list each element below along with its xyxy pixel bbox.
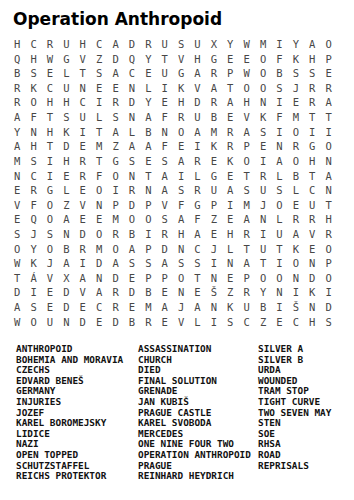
grid-cell: T [304, 110, 320, 125]
grid-cell: I [271, 37, 287, 52]
grid-cell: D [107, 52, 123, 67]
grid-cell: T [255, 256, 271, 271]
grid-cell: H [173, 227, 189, 242]
grid-cell: E [124, 300, 140, 315]
grid-cell: T [271, 242, 287, 257]
grid-cell: O [42, 242, 58, 257]
grid-cell: O [140, 212, 156, 227]
grid-cell: E [140, 66, 156, 81]
grid-cell: R [238, 227, 254, 242]
grid-cell: K [222, 154, 238, 169]
grid-cell: S [107, 110, 123, 125]
grid-cell: N [222, 256, 238, 271]
grid-cell: J [288, 81, 304, 96]
grid-cell: S [304, 66, 320, 81]
grid-cell: S [238, 183, 254, 198]
grid-cell: T [189, 271, 205, 286]
grid-cell: O [91, 227, 107, 242]
grid-cell: S [124, 256, 140, 271]
grid-cell: A [189, 227, 205, 242]
grid-cell: P [238, 271, 254, 286]
grid-cell: O [173, 125, 189, 140]
grid-cell: L [58, 66, 74, 81]
grid-cell: E [91, 315, 107, 330]
grid-cell: E [75, 183, 91, 198]
grid-cell: I [75, 125, 91, 140]
grid-cell: O [320, 242, 336, 257]
grid-cell: W [9, 256, 25, 271]
grid-cell: U [189, 110, 205, 125]
grid-cell: E [238, 52, 254, 67]
grid-cell: F [271, 52, 287, 67]
grid-cell: R [222, 139, 238, 154]
grid-cell: N [320, 183, 336, 198]
grid-cell: I [222, 198, 238, 213]
grid-cell: A [107, 66, 123, 81]
grid-cell: R [222, 125, 238, 140]
grid-cell: J [42, 256, 58, 271]
grid-cell: I [271, 300, 287, 315]
grid-cell: Z [222, 285, 238, 300]
grid-cell: R [140, 315, 156, 330]
grid-cell: E [271, 315, 287, 330]
grid-cell: U [238, 300, 254, 315]
grid-cell: S [157, 154, 173, 169]
grid-cell: I [304, 125, 320, 140]
grid-cell: O [288, 125, 304, 140]
grid-cell: V [75, 52, 91, 67]
grid-cell: D [58, 285, 74, 300]
grid-cell: T [320, 198, 336, 213]
grid-cell: I [271, 125, 287, 140]
grid-cell: E [42, 300, 58, 315]
grid-cell: T [42, 110, 58, 125]
grid-cell: F [25, 110, 41, 125]
grid-cell: Z [58, 198, 74, 213]
grid-cell: K [206, 139, 222, 154]
grid-cell: S [271, 183, 287, 198]
grid-cell: A [9, 300, 25, 315]
grid-cell: E [75, 139, 91, 154]
grid-cell: I [320, 125, 336, 140]
word-list-column: ANTHROPOIDBOHEMIA AND MORAVIACZECHSEDVAR… [16, 344, 138, 482]
grid-cell: R [320, 81, 336, 96]
grid-cell: S [173, 256, 189, 271]
grid-cell: D [58, 300, 74, 315]
grid-cell: F [173, 198, 189, 213]
grid-cell: S [189, 256, 205, 271]
grid-cell: C [124, 66, 140, 81]
grid-cell: A [288, 227, 304, 242]
grid-cell: M [255, 37, 271, 52]
grid-cell: N [304, 300, 320, 315]
grid-cell: C [304, 183, 320, 198]
grid-cell: O [91, 183, 107, 198]
grid-cell: G [189, 198, 205, 213]
grid-cell: B [255, 300, 271, 315]
grid-cell: P [320, 52, 336, 67]
grid-cell: M [288, 110, 304, 125]
grid-cell: N [91, 198, 107, 213]
grid-cell: N [206, 300, 222, 315]
grid-cell: K [173, 81, 189, 96]
grid-cell: E [75, 212, 91, 227]
grid-cell: E [189, 285, 205, 300]
grid-cell: E [9, 212, 25, 227]
grid-cell: A [58, 212, 74, 227]
grid-cell: K [255, 110, 271, 125]
grid-cell: S [288, 66, 304, 81]
grid-cell: M [238, 198, 254, 213]
grid-cell: S [42, 227, 58, 242]
grid-cell: X [58, 271, 74, 286]
grid-cell: H [25, 52, 41, 67]
grid-cell: P [157, 271, 173, 286]
grid-cell: H [173, 95, 189, 110]
grid-cell: I [271, 95, 287, 110]
grid-cell: L [288, 183, 304, 198]
grid-cell: I [91, 95, 107, 110]
grid-cell: V [157, 198, 173, 213]
grid-cell: N [9, 168, 25, 183]
grid-cell: A [9, 110, 25, 125]
grid-cell: E [304, 242, 320, 257]
grid-cell: R [75, 242, 91, 257]
grid-cell: F [157, 110, 173, 125]
grid-cell: G [206, 168, 222, 183]
grid-cell: A [107, 37, 123, 52]
grid-cell: R [157, 227, 173, 242]
grid-cell: E [222, 168, 238, 183]
grid-cell: W [238, 66, 254, 81]
grid-cell: Z [91, 52, 107, 67]
grid-cell: E [222, 271, 238, 286]
grid-cell: M [9, 154, 25, 169]
grid-cell: R [255, 168, 271, 183]
grid-cell: A [124, 139, 140, 154]
page-title: Operation Anthropoid [13, 9, 222, 29]
grid-cell: N [157, 125, 173, 140]
grid-cell: A [238, 256, 254, 271]
grid-cell: O [25, 95, 41, 110]
grid-cell: A [140, 110, 156, 125]
grid-cell: A [157, 300, 173, 315]
grid-cell: J [206, 242, 222, 257]
grid-cell: N [288, 271, 304, 286]
grid-cell: R [206, 95, 222, 110]
grid-cell: Z [206, 212, 222, 227]
grid-cell: O [42, 212, 58, 227]
grid-cell: D [58, 139, 74, 154]
grid-cell: I [157, 81, 173, 96]
grid-cell: I [75, 256, 91, 271]
grid-cell: U [189, 37, 205, 52]
grid-cell: K [25, 81, 41, 96]
grid-cell: D [107, 315, 123, 330]
grid-cell: G [42, 183, 58, 198]
grid-cell: R [189, 154, 205, 169]
grid-cell: E [288, 95, 304, 110]
grid-cell: F [189, 212, 205, 227]
grid-cell: I [107, 183, 123, 198]
grid-cell: S [157, 212, 173, 227]
grid-cell: T [140, 168, 156, 183]
grid-cell: E [9, 183, 25, 198]
grid-cell: J [25, 227, 41, 242]
grid-cell: O [107, 242, 123, 257]
grid-cell: P [140, 271, 156, 286]
grid-cell: Y [140, 95, 156, 110]
grid-cell: E [107, 81, 123, 96]
grid-cell: V [9, 198, 25, 213]
grid-cell: B [58, 242, 74, 257]
grid-cell: A [189, 125, 205, 140]
grid-cell: G [206, 52, 222, 67]
grid-cell: V [75, 285, 91, 300]
grid-cell: E [255, 139, 271, 154]
grid-cell: R [140, 37, 156, 52]
grid-cell: S [320, 315, 336, 330]
grid-cell: E [157, 285, 173, 300]
grid-cell: D [107, 271, 123, 286]
grid-cell: A [107, 256, 123, 271]
grid-cell: K [288, 52, 304, 67]
grid-cell: N [58, 315, 74, 330]
grid-cell: O [124, 212, 140, 227]
grid-cell: S [173, 183, 189, 198]
grid-cell: D [304, 271, 320, 286]
word-item: ROAD [258, 450, 354, 461]
grid-cell: O [288, 256, 304, 271]
grid-cell: Y [9, 125, 25, 140]
grid-cell: F [25, 198, 41, 213]
grid-cell: S [124, 154, 140, 169]
grid-cell: D [75, 315, 91, 330]
grid-cell: Z [255, 315, 271, 330]
word-item: TIGHT CURVE [258, 397, 354, 408]
grid-cell: A [58, 256, 74, 271]
grid-cell: T [42, 139, 58, 154]
grid-cell: Y [25, 242, 41, 257]
grid-cell: E [157, 95, 173, 110]
grid-cell: D [124, 285, 140, 300]
grid-cell: A [238, 212, 254, 227]
grid-cell: L [222, 242, 238, 257]
grid-cell: P [238, 139, 254, 154]
grid-cell: H [42, 125, 58, 140]
grid-cell: A [157, 183, 173, 198]
grid-cell: E [124, 271, 140, 286]
grid-cell: R [304, 212, 320, 227]
grid-cell: A [222, 183, 238, 198]
grid-cell: Q [124, 52, 140, 67]
grid-cell: M [206, 125, 222, 140]
grid-cell: T [222, 81, 238, 96]
grid-cell: B [140, 125, 156, 140]
grid-cell: R [107, 95, 123, 110]
grid-cell: H [9, 37, 25, 52]
grid-cell: K [222, 300, 238, 315]
grid-cell: C [91, 300, 107, 315]
grid-cell: Y [140, 52, 156, 67]
grid-cell: A [189, 66, 205, 81]
word-item: INJURIES [16, 397, 138, 408]
grid-cell: B [140, 285, 156, 300]
grid-cell: H [58, 95, 74, 110]
grid-cell: T [320, 110, 336, 125]
grid-cell: G [173, 66, 189, 81]
grid-cell: P [222, 66, 238, 81]
grid-cell: E [222, 52, 238, 67]
grid-cell: A [173, 212, 189, 227]
grid-cell: N [25, 125, 41, 140]
grid-cell: U [58, 81, 74, 96]
grid-cell: L [91, 110, 107, 125]
word-search-grid: HCRUHCADRUSUXYWMIYAOQHWGVZDQYTVHGEEOFKHP… [9, 37, 337, 329]
grid-cell: O [238, 154, 254, 169]
grid-cell: H [304, 154, 320, 169]
grid-cell: S [140, 256, 156, 271]
grid-cell: D [91, 256, 107, 271]
grid-cell: M [91, 139, 107, 154]
grid-cell: O [9, 242, 25, 257]
grid-cell: C [91, 37, 107, 52]
grid-cell: D [124, 37, 140, 52]
grid-cell: I [206, 256, 222, 271]
grid-cell: N [206, 271, 222, 286]
grid-cell: I [189, 139, 205, 154]
worksheet-page: Operation Anthropoid HCRUHCADRUSUXYWMIYA… [0, 0, 354, 500]
grid-cell: C [75, 95, 91, 110]
grid-cell: R [288, 139, 304, 154]
grid-cell: C [25, 168, 41, 183]
grid-cell: A [320, 95, 336, 110]
grid-cell: I [173, 168, 189, 183]
grid-cell: Š [206, 285, 222, 300]
word-item: REINHARD HEYDRICH [138, 471, 258, 482]
word-item: SILVER A [258, 344, 354, 355]
grid-cell: D [75, 227, 91, 242]
grid-cell: L [124, 125, 140, 140]
grid-cell: S [271, 81, 287, 96]
grid-cell: W [42, 52, 58, 67]
grid-cell: L [189, 168, 205, 183]
grid-cell: K [304, 285, 320, 300]
grid-cell: C [25, 37, 41, 52]
grid-cell: I [288, 285, 304, 300]
grid-cell: O [107, 168, 123, 183]
grid-cell: E [58, 168, 74, 183]
grid-cell: G [107, 154, 123, 169]
word-item: OPEN TOPPED [16, 450, 138, 461]
grid-cell: Z [107, 139, 123, 154]
grid-cell: N [304, 256, 320, 271]
grid-cell: U [75, 110, 91, 125]
grid-cell: N [58, 227, 74, 242]
grid-cell: O [255, 52, 271, 67]
grid-cell: D [124, 95, 140, 110]
grid-cell: I [140, 227, 156, 242]
grid-cell: N [140, 183, 156, 198]
grid-cell: T [9, 271, 25, 286]
grid-cell: V [173, 52, 189, 67]
grid-cell: E [42, 285, 58, 300]
grid-cell: B [9, 66, 25, 81]
grid-cell: N [75, 81, 91, 96]
grid-cell: S [173, 37, 189, 52]
grid-cell: N [255, 95, 271, 110]
grid-cell: U [255, 242, 271, 257]
grid-cell: R [42, 37, 58, 52]
word-item: OPERATION ANTHROPOID [138, 450, 258, 461]
grid-cell: P [140, 198, 156, 213]
grid-cell: C [42, 81, 58, 96]
grid-cell: O [320, 37, 336, 52]
grid-cell: G [304, 139, 320, 154]
grid-cell: L [58, 183, 74, 198]
word-item: ANTHROPOID [16, 344, 138, 355]
grid-cell: H [42, 95, 58, 110]
grid-cell: N [320, 154, 336, 169]
grid-cell: R [75, 168, 91, 183]
word-list-column: ASSASSINATIONCHURCHDIEDFINAL SOLUTIONGRE… [138, 344, 258, 482]
grid-cell: K [288, 242, 304, 257]
grid-cell: N [173, 285, 189, 300]
grid-cell: W [9, 315, 25, 330]
grid-cell: O [320, 271, 336, 286]
grid-cell: R [107, 227, 123, 242]
grid-cell: S [25, 154, 41, 169]
grid-cell: M [107, 212, 123, 227]
grid-cell: I [42, 168, 58, 183]
word-list-column: SILVER ASILVER BURDAWOUNDEDTRAM STOPTIGH… [258, 344, 354, 471]
grid-cell: N [91, 271, 107, 286]
grid-cell: A [157, 256, 173, 271]
grid-cell: N [271, 139, 287, 154]
grid-cell: H [320, 212, 336, 227]
grid-cell: O [271, 271, 287, 286]
grid-cell: R [304, 95, 320, 110]
grid-cell: D [124, 198, 140, 213]
grid-cell: E [91, 212, 107, 227]
grid-cell: R [206, 66, 222, 81]
grid-cell: M [91, 242, 107, 257]
grid-cell: E [75, 300, 91, 315]
grid-cell: O [320, 139, 336, 154]
grid-cell: F [91, 168, 107, 183]
grid-cell: V [238, 110, 254, 125]
word-item: REICHS PROTEKTOR [16, 471, 138, 482]
grid-cell: R [107, 300, 123, 315]
grid-cell: R [107, 285, 123, 300]
grid-cell: T [304, 168, 320, 183]
grid-cell: K [25, 256, 41, 271]
grid-cell: B [124, 315, 140, 330]
grid-cell: E [222, 110, 238, 125]
grid-cell: A [173, 154, 189, 169]
grid-cell: Q [9, 52, 25, 67]
grid-cell: D [157, 242, 173, 257]
grid-cell: N [124, 81, 140, 96]
grid-cell: T [75, 66, 91, 81]
grid-cell: S [9, 227, 25, 242]
grid-cell: C [238, 315, 254, 330]
grid-cell: V [304, 227, 320, 242]
grid-cell: U [206, 183, 222, 198]
grid-cell: X [206, 37, 222, 52]
grid-cell: L [271, 168, 287, 183]
grid-cell: N [271, 285, 287, 300]
